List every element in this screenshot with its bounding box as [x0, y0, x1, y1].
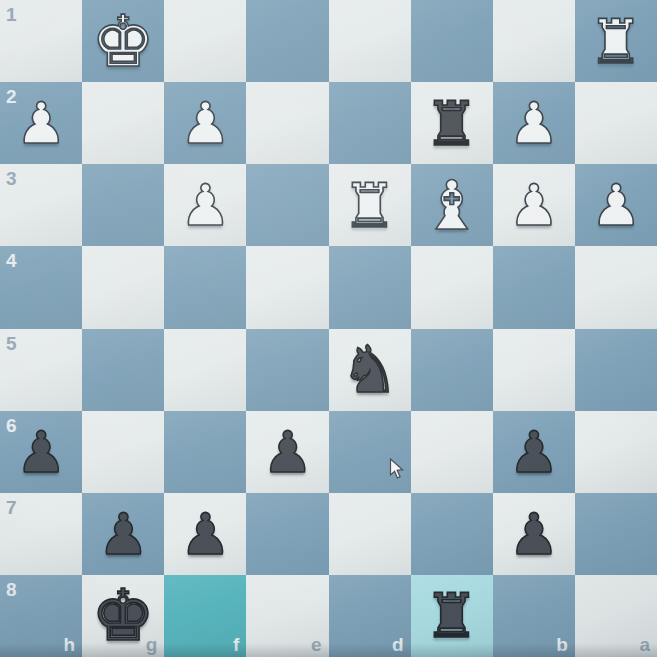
black-pawn[interactable]: ♟	[82, 493, 164, 575]
square-b1[interactable]	[493, 0, 575, 82]
white-pawn[interactable]: ♟	[493, 164, 575, 246]
square-c3[interactable]: ♝	[411, 164, 493, 246]
rank-label-3: 3	[6, 169, 17, 188]
file-label-a: a	[639, 635, 650, 654]
square-b8[interactable]: b	[493, 575, 575, 657]
white-pawn[interactable]: ♟	[164, 82, 246, 164]
square-a6[interactable]	[575, 411, 657, 493]
square-f4[interactable]	[164, 246, 246, 328]
square-h5[interactable]: 5	[0, 329, 82, 411]
square-b2[interactable]: ♟	[493, 82, 575, 164]
rank-label-1: 1	[6, 5, 17, 24]
square-g5[interactable]	[82, 329, 164, 411]
white-king[interactable]: ♚	[82, 0, 164, 82]
square-a7[interactable]	[575, 493, 657, 575]
square-d8[interactable]: d	[329, 575, 411, 657]
square-g6[interactable]	[82, 411, 164, 493]
square-e8[interactable]: e	[246, 575, 328, 657]
square-g3[interactable]	[82, 164, 164, 246]
black-pawn[interactable]: ♟	[164, 493, 246, 575]
black-pawn[interactable]: ♟	[493, 493, 575, 575]
file-label-b: b	[556, 635, 568, 654]
square-c6[interactable]	[411, 411, 493, 493]
square-d3[interactable]: ♜	[329, 164, 411, 246]
black-rook[interactable]: ♜	[411, 575, 493, 657]
square-a5[interactable]	[575, 329, 657, 411]
square-e5[interactable]	[246, 329, 328, 411]
square-b7[interactable]: ♟	[493, 493, 575, 575]
square-f2[interactable]: ♟	[164, 82, 246, 164]
black-king[interactable]: ♚	[82, 575, 164, 657]
white-pawn[interactable]: ♟	[164, 164, 246, 246]
file-label-f: f	[233, 635, 239, 654]
white-rook[interactable]: ♜	[329, 164, 411, 246]
black-pawn[interactable]: ♟	[493, 411, 575, 493]
white-pawn[interactable]: ♟	[493, 82, 575, 164]
square-b4[interactable]	[493, 246, 575, 328]
rank-label-5: 5	[6, 334, 17, 353]
square-c7[interactable]	[411, 493, 493, 575]
square-c5[interactable]	[411, 329, 493, 411]
square-d2[interactable]	[329, 82, 411, 164]
square-f3[interactable]: ♟	[164, 164, 246, 246]
white-rook[interactable]: ♜	[575, 0, 657, 82]
white-pawn[interactable]: ♟	[0, 82, 82, 164]
square-h3[interactable]: 3	[0, 164, 82, 246]
black-pawn[interactable]: ♟	[0, 411, 82, 493]
square-d5[interactable]: ♞	[329, 329, 411, 411]
chess-board: 1♚♜2♟♟♜♟3♟♜♝♟♟45♞6♟♟♟7♟♟♟8hg♚fedc♜ba	[0, 0, 657, 657]
square-d7[interactable]	[329, 493, 411, 575]
square-b5[interactable]	[493, 329, 575, 411]
square-c1[interactable]	[411, 0, 493, 82]
square-g7[interactable]: ♟	[82, 493, 164, 575]
square-b3[interactable]: ♟	[493, 164, 575, 246]
square-h6[interactable]: 6♟	[0, 411, 82, 493]
black-knight[interactable]: ♞	[329, 329, 411, 411]
square-d1[interactable]	[329, 0, 411, 82]
square-a2[interactable]	[575, 82, 657, 164]
file-label-h: h	[64, 635, 76, 654]
white-pawn[interactable]: ♟	[575, 164, 657, 246]
file-label-e: e	[311, 635, 322, 654]
square-f1[interactable]	[164, 0, 246, 82]
square-g4[interactable]	[82, 246, 164, 328]
square-g1[interactable]: ♚	[82, 0, 164, 82]
square-h2[interactable]: 2♟	[0, 82, 82, 164]
square-e2[interactable]	[246, 82, 328, 164]
square-h4[interactable]: 4	[0, 246, 82, 328]
square-f6[interactable]	[164, 411, 246, 493]
square-c2[interactable]: ♜	[411, 82, 493, 164]
white-bishop[interactable]: ♝	[411, 164, 493, 246]
square-a3[interactable]: ♟	[575, 164, 657, 246]
square-g2[interactable]	[82, 82, 164, 164]
square-d4[interactable]	[329, 246, 411, 328]
square-f7[interactable]: ♟	[164, 493, 246, 575]
square-h8[interactable]: 8h	[0, 575, 82, 657]
square-f5[interactable]	[164, 329, 246, 411]
file-label-d: d	[392, 635, 404, 654]
black-pawn[interactable]: ♟	[246, 411, 328, 493]
rank-label-8: 8	[6, 580, 17, 599]
square-f8[interactable]: f	[164, 575, 246, 657]
square-a4[interactable]	[575, 246, 657, 328]
rank-label-4: 4	[6, 251, 17, 270]
square-e6[interactable]: ♟	[246, 411, 328, 493]
square-e7[interactable]	[246, 493, 328, 575]
square-e4[interactable]	[246, 246, 328, 328]
black-rook[interactable]: ♜	[411, 82, 493, 164]
square-e1[interactable]	[246, 0, 328, 82]
square-c4[interactable]	[411, 246, 493, 328]
chess-app: 1♚♜2♟♟♜♟3♟♜♝♟♟45♞6♟♟♟7♟♟♟8hg♚fedc♜ba	[0, 0, 657, 657]
square-e3[interactable]	[246, 164, 328, 246]
square-c8[interactable]: c♜	[411, 575, 493, 657]
square-g8[interactable]: g♚	[82, 575, 164, 657]
square-h1[interactable]: 1	[0, 0, 82, 82]
rank-label-7: 7	[6, 498, 17, 517]
square-b6[interactable]: ♟	[493, 411, 575, 493]
mouse-cursor	[389, 458, 406, 481]
square-a1[interactable]: ♜	[575, 0, 657, 82]
square-h7[interactable]: 7	[0, 493, 82, 575]
square-a8[interactable]: a	[575, 575, 657, 657]
